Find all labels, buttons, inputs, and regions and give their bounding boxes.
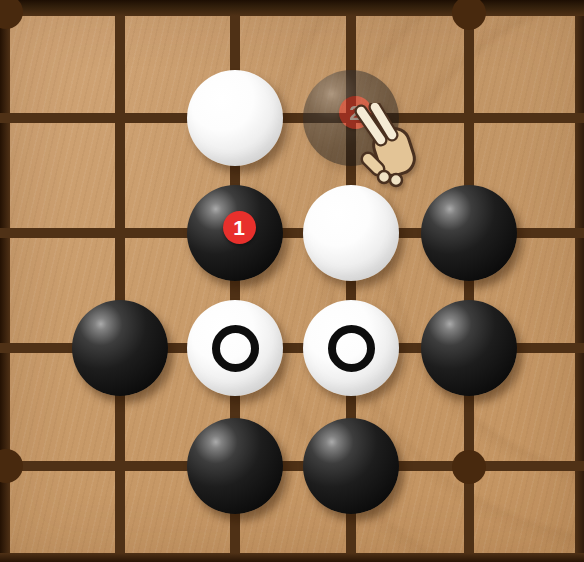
star-point bbox=[0, 449, 23, 483]
circle-marker bbox=[328, 325, 375, 372]
black-stone bbox=[303, 418, 399, 514]
white-stone bbox=[187, 300, 283, 396]
white-stone bbox=[187, 70, 283, 166]
black-stone bbox=[187, 418, 283, 514]
grid-line-horizontal bbox=[0, 113, 584, 123]
grid-line-vertical bbox=[575, 0, 584, 562]
move-number-badge: 1 bbox=[223, 211, 256, 244]
go-board[interactable]: 12 bbox=[0, 0, 584, 562]
grid-line-horizontal bbox=[0, 0, 584, 16]
star-point bbox=[452, 450, 486, 484]
black-stone bbox=[72, 300, 168, 396]
black-stone: 1 bbox=[187, 185, 283, 281]
white-stone bbox=[303, 185, 399, 281]
black-stone bbox=[421, 185, 517, 281]
star-point bbox=[0, 0, 23, 29]
grid-line-horizontal bbox=[0, 553, 584, 562]
grid-line-vertical bbox=[115, 0, 125, 562]
tap-hand-icon bbox=[346, 103, 426, 199]
circle-marker bbox=[212, 325, 259, 372]
black-stone bbox=[421, 300, 517, 396]
star-point bbox=[452, 0, 486, 30]
grid-line-horizontal bbox=[0, 461, 584, 471]
white-stone bbox=[303, 300, 399, 396]
